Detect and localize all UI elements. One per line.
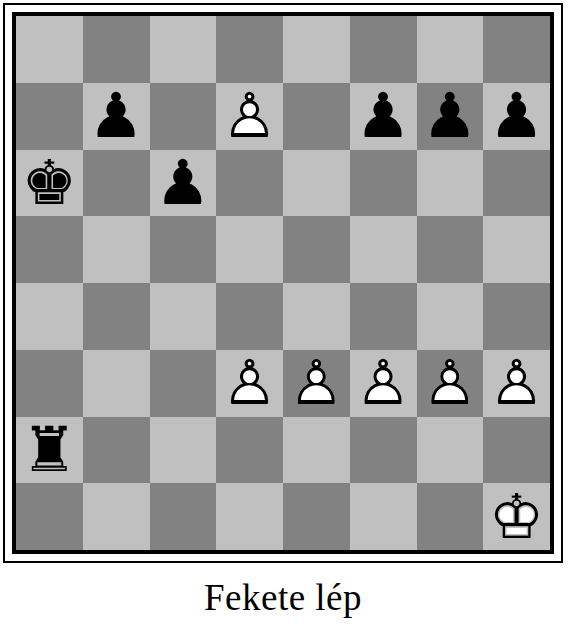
white-king-icon: ♔ <box>489 484 545 550</box>
black-king-icon: ♚ <box>22 150 78 216</box>
piece-white-pawn: ♟♙ <box>483 350 550 417</box>
square-h6 <box>483 150 550 217</box>
square-b5 <box>83 216 150 283</box>
square-e5 <box>283 216 350 283</box>
square-f6 <box>350 150 417 217</box>
square-e4 <box>283 283 350 350</box>
square-d3: ♟♙ <box>216 350 283 417</box>
black-pawn-icon: ♟ <box>88 83 144 149</box>
square-g6 <box>417 150 484 217</box>
square-c7 <box>150 83 217 150</box>
square-h5 <box>483 216 550 283</box>
square-h8 <box>483 16 550 83</box>
square-f5 <box>350 216 417 283</box>
white-pawn-icon: ♙ <box>489 350 545 416</box>
caption-to-move: Fekete lép <box>3 576 563 619</box>
board: ♟♟♙♟♟♟♚♟♟♙♟♙♟♙♟♙♟♙♜♚♔ <box>16 16 550 550</box>
piece-black-pawn: ♟ <box>350 83 417 150</box>
square-g3: ♟♙ <box>417 350 484 417</box>
piece-white-pawn: ♟♙ <box>350 350 417 417</box>
square-a6: ♚ <box>16 150 83 217</box>
square-e8 <box>283 16 350 83</box>
piece-black-pawn: ♟ <box>483 83 550 150</box>
black-pawn-icon: ♟ <box>422 83 478 149</box>
square-d6 <box>216 150 283 217</box>
piece-black-pawn: ♟ <box>83 83 150 150</box>
white-pawn-icon: ♙ <box>355 350 411 416</box>
square-c3 <box>150 350 217 417</box>
square-f8 <box>350 16 417 83</box>
square-a3 <box>16 350 83 417</box>
piece-black-pawn: ♟ <box>150 150 217 217</box>
square-e7 <box>283 83 350 150</box>
piece-white-pawn: ♟♙ <box>283 350 350 417</box>
piece-black-king: ♚ <box>16 150 83 217</box>
square-g2 <box>417 417 484 484</box>
square-e2 <box>283 417 350 484</box>
piece-white-pawn: ♟♙ <box>417 350 484 417</box>
square-b4 <box>83 283 150 350</box>
square-d2 <box>216 417 283 484</box>
board-frame: ♟♟♙♟♟♟♚♟♟♙♟♙♟♙♟♙♟♙♜♚♔ <box>3 3 563 563</box>
piece-black-rook: ♜ <box>16 417 83 484</box>
square-f4 <box>350 283 417 350</box>
board-inner-frame: ♟♟♙♟♟♟♚♟♟♙♟♙♟♙♟♙♟♙♜♚♔ <box>12 12 554 554</box>
white-pawn-icon: ♙ <box>222 350 278 416</box>
square-h3: ♟♙ <box>483 350 550 417</box>
square-h1: ♚♔ <box>483 483 550 550</box>
square-d5 <box>216 216 283 283</box>
square-h4 <box>483 283 550 350</box>
square-f3: ♟♙ <box>350 350 417 417</box>
square-a5 <box>16 216 83 283</box>
square-f1 <box>350 483 417 550</box>
square-b1 <box>83 483 150 550</box>
square-a8 <box>16 16 83 83</box>
square-h7: ♟ <box>483 83 550 150</box>
square-a4 <box>16 283 83 350</box>
square-b3 <box>83 350 150 417</box>
white-pawn-icon: ♙ <box>422 350 478 416</box>
piece-white-pawn: ♟♙ <box>216 350 283 417</box>
square-d8 <box>216 16 283 83</box>
square-f7: ♟ <box>350 83 417 150</box>
square-g8 <box>417 16 484 83</box>
square-c2 <box>150 417 217 484</box>
square-g5 <box>417 216 484 283</box>
square-b8 <box>83 16 150 83</box>
square-c5 <box>150 216 217 283</box>
square-d4 <box>216 283 283 350</box>
piece-black-pawn: ♟ <box>417 83 484 150</box>
square-f2 <box>350 417 417 484</box>
square-c6: ♟ <box>150 150 217 217</box>
black-rook-icon: ♜ <box>22 417 78 483</box>
square-g7: ♟ <box>417 83 484 150</box>
square-d7: ♟♙ <box>216 83 283 150</box>
square-e1 <box>283 483 350 550</box>
black-pawn-icon: ♟ <box>355 83 411 149</box>
square-b6 <box>83 150 150 217</box>
square-c4 <box>150 283 217 350</box>
square-e3: ♟♙ <box>283 350 350 417</box>
piece-white-king: ♚♔ <box>483 483 550 550</box>
square-g1 <box>417 483 484 550</box>
white-pawn-icon: ♙ <box>222 83 278 149</box>
square-c1 <box>150 483 217 550</box>
page: ♟♟♙♟♟♟♚♟♟♙♟♙♟♙♟♙♟♙♜♚♔ Fekete lép <box>0 0 570 630</box>
square-e6 <box>283 150 350 217</box>
square-d1 <box>216 483 283 550</box>
square-c8 <box>150 16 217 83</box>
square-a1 <box>16 483 83 550</box>
square-b7: ♟ <box>83 83 150 150</box>
square-a2: ♜ <box>16 417 83 484</box>
black-pawn-icon: ♟ <box>489 83 545 149</box>
square-h2 <box>483 417 550 484</box>
white-pawn-icon: ♙ <box>289 350 345 416</box>
square-g4 <box>417 283 484 350</box>
square-b2 <box>83 417 150 484</box>
black-pawn-icon: ♟ <box>155 150 211 216</box>
piece-white-pawn: ♟♙ <box>216 83 283 150</box>
square-a7 <box>16 83 83 150</box>
